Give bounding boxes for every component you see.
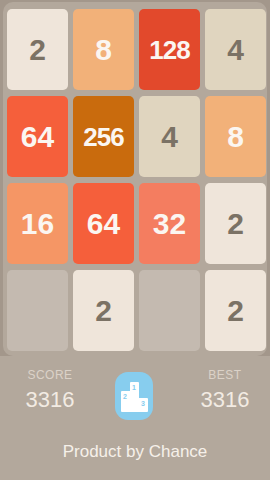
tile-64: 64	[73, 183, 134, 264]
score-value: 3316	[26, 387, 75, 413]
tile-2: 2	[73, 270, 134, 351]
score-label: SCORE	[27, 368, 72, 382]
podium-step-1: 1	[130, 382, 139, 412]
tile-2: 2	[205, 270, 266, 351]
podium-step-3: 3	[139, 398, 148, 412]
tile-256: 256	[73, 96, 134, 177]
tile-32: 32	[139, 183, 200, 264]
tile-16: 16	[7, 183, 68, 264]
best-box: BEST 3316	[193, 368, 257, 413]
empty-cell	[7, 270, 68, 351]
footer-text: Product by Chance	[0, 442, 270, 462]
empty-cell	[139, 270, 200, 351]
tile-8: 8	[73, 9, 134, 90]
tile-2: 2	[205, 183, 266, 264]
tile-4: 4	[205, 9, 266, 90]
best-value: 3316	[201, 387, 250, 413]
tile-128: 128	[139, 9, 200, 90]
tile-4: 4	[139, 96, 200, 177]
score-box: SCORE 3316	[18, 368, 82, 413]
tile-2: 2	[7, 9, 68, 90]
best-label: BEST	[208, 368, 241, 382]
tile-64: 64	[7, 96, 68, 177]
podium-step-2: 2	[121, 391, 130, 412]
leaderboard-podium-icon: 2 1 3	[121, 382, 148, 412]
board-grid[interactable]: 2812846425648166432222	[7, 9, 266, 351]
tile-8: 8	[205, 96, 266, 177]
leaderboard-button[interactable]: 2 1 3	[115, 372, 153, 420]
